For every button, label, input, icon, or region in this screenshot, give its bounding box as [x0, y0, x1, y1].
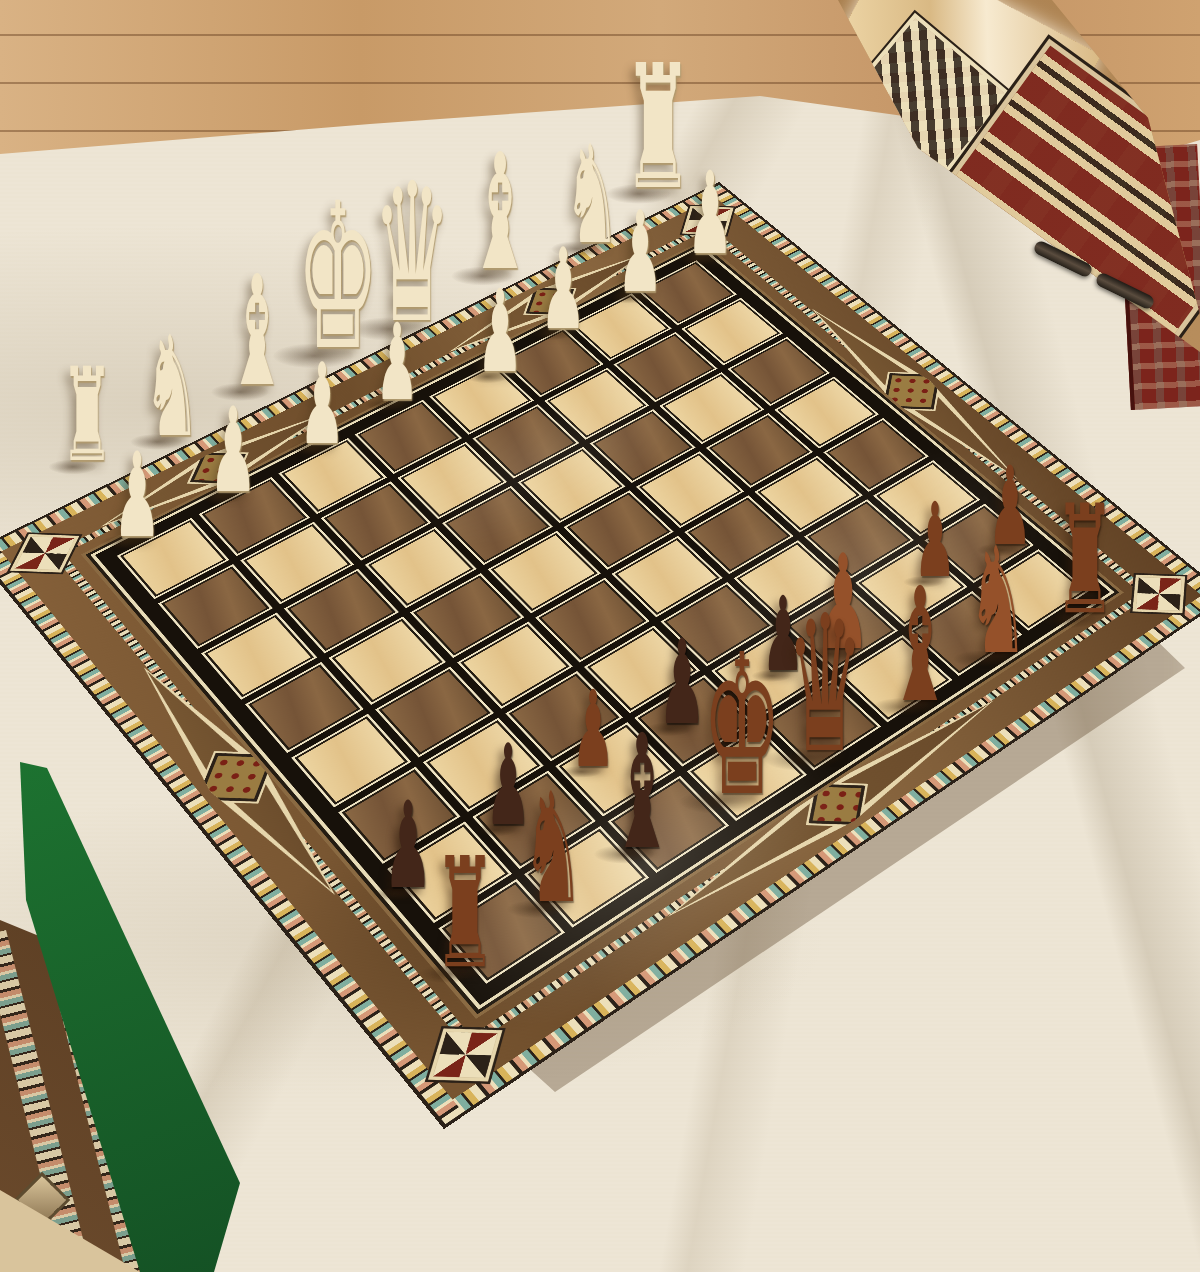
piece-brown-knight: ♞ [522, 773, 585, 925]
piece-white-pawn: ♟ [209, 392, 257, 509]
piece-brown-rook: ♜ [434, 838, 497, 990]
piece-white-pawn: ♟ [476, 275, 523, 389]
piece-white-pawn: ♟ [113, 437, 161, 554]
piece-white-pawn: ♟ [540, 233, 586, 345]
piece-white-pawn: ♟ [617, 196, 663, 308]
piece-white-pawn: ♟ [686, 157, 733, 271]
piece-brown-queen: ♛ [786, 591, 864, 780]
piece-brown-bishop: ♝ [609, 713, 674, 871]
piece-white-pawn: ♟ [375, 310, 419, 416]
piece-brown-rook: ♜ [1054, 485, 1116, 635]
piece-brown-knight: ♞ [968, 528, 1029, 675]
pieces-layer: ♜♞♟♝♟♛♟♚♟♝♟♞♟♜♟♟♟♟♜♟♞♟♝♟♛♟♚♟♝♟♞♜ [0, 0, 1200, 1272]
piece-white-pawn: ♟ [299, 348, 345, 460]
piece-brown-king: ♚ [702, 629, 782, 823]
piece-white-rook: ♜ [60, 351, 113, 480]
piece-brown-bishop: ♝ [887, 566, 952, 724]
piece-brown-pawn: ♟ [383, 786, 432, 906]
